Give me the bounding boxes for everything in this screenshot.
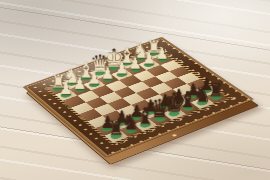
photo-background: ♜♞♝♛♚♝♞♜♟♟♟♟♟♟♟♟♟♟♟♟♟♟♟♟♜♞♝♛♚♝♞♜ [0, 0, 270, 180]
chess-board: ♜♞♝♛♚♝♞♜♟♟♟♟♟♟♟♟♟♟♟♟♟♟♟♟♜♞♝♛♚♝♞♜ [24, 37, 254, 157]
square-h4 [169, 66, 191, 77]
scene: ♜♞♝♛♚♝♞♜♟♟♟♟♟♟♟♟♟♟♟♟♟♟♟♟♜♞♝♛♚♝♞♜ [0, 0, 270, 180]
square-a8: ♜ [104, 130, 128, 143]
